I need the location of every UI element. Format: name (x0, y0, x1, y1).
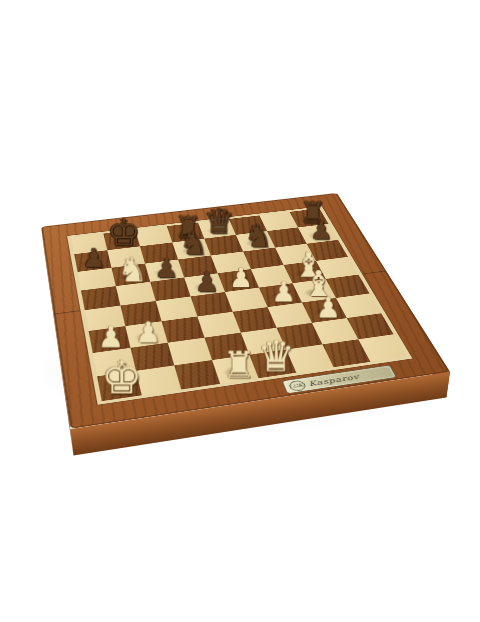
gk-logo-icon: GK (288, 379, 308, 391)
piece-white-pawn-a3[interactable]: ♟ (89, 326, 131, 353)
white-queen-glyph: ♛ (258, 336, 296, 376)
photo-canvas: ♚♜♛♜♟♞♞♟♟♟♞♟♝♟♝♟♟♟♚♜♛ GK Kasparov (0, 0, 480, 622)
white-pawn-glyph: ♟ (98, 324, 124, 352)
piece-white-pawn-b3[interactable]: ♟ (125, 321, 167, 348)
folding-chess-board: ♚♜♛♜♟♞♞♟♟♟♞♟♝♟♝♟♟♟♚♜♛ GK Kasparov (41, 193, 450, 429)
white-rook-glyph: ♜ (222, 347, 255, 382)
white-pawn-glyph: ♟ (136, 319, 162, 347)
black-pawn-glyph: ♟ (195, 269, 219, 295)
white-pawn-glyph: ♟ (316, 295, 341, 322)
white-pawn-glyph: ♟ (272, 280, 297, 306)
chess-set-scene: ♚♜♛♜♟♞♞♟♟♟♞♟♝♟♝♟♟♟♚♜♛ GK Kasparov (0, 0, 480, 622)
white-king-glyph: ♚ (101, 356, 142, 400)
piece-white-pawn-g3[interactable]: ♟ (302, 298, 347, 323)
